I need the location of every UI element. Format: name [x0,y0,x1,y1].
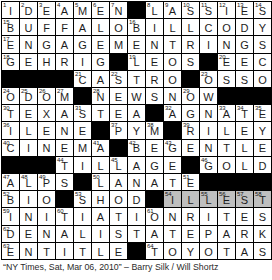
cell-letter: L [241,161,247,174]
cell-r2c12[interactable]: C [200,19,217,35]
cell-r12c8[interactable]: D [128,191,145,207]
cell-r4c9[interactable]: E [146,54,163,70]
cell-r11c10[interactable]: T [164,174,181,190]
cell-r6c3[interactable]: 26O [38,88,55,104]
cell-r2c2[interactable]: U [20,19,37,35]
cell-r12c15[interactable]: 58T [254,191,271,207]
cell-letter: I [27,143,30,156]
cell-r3c6[interactable]: E [92,36,109,52]
cell-letter: F [61,23,68,36]
cell-r7c5[interactable]: 31S [74,105,91,121]
cell-letter: G [150,161,159,174]
cell-letter: A [151,229,158,242]
cell-letter: E [25,229,32,242]
cell-r13c13[interactable]: T [218,208,235,224]
clue-number: 20 [219,54,226,60]
cell-r1c4[interactable]: 4A [56,2,73,18]
cell-r13c6[interactable]: A [92,208,109,224]
cell-r1c13[interactable]: 12I [218,2,235,18]
cell-r11c6[interactable]: 50L [92,174,109,190]
cell-r3c2[interactable]: N [20,36,37,52]
clue-number: 4 [57,2,60,8]
cell-r3c13[interactable]: N [218,36,235,52]
cell-letter: T [223,143,230,156]
clue-number: 55 [201,191,208,197]
cell-r2c10[interactable]: L [164,19,181,35]
cell-letter: L [97,161,103,174]
cell-r9c2[interactable]: I [20,140,37,156]
cell-r7c8[interactable]: A [128,105,145,121]
cell-r7c2[interactable]: E [20,105,37,121]
cell-r1c1[interactable]: 1I [2,2,19,18]
cell-r15c6[interactable]: L [92,243,109,259]
cell-r3c9[interactable]: N [146,36,163,52]
cell-letter: R [187,212,195,225]
cell-letter: O [168,247,177,260]
cell-letter: O [168,57,177,70]
cell-r13c7[interactable]: T [110,208,127,224]
cell-letter: I [153,23,156,36]
cell-r10c10[interactable]: E [164,157,181,173]
clue-number: 14 [255,2,262,8]
cell-r2c3[interactable]: F [38,19,55,35]
crossword-page: 1I2D3E4A5M6E7N8L9A10S11S12I13E14S15BUFFA… [0,0,272,280]
cell-letter: C [205,23,213,36]
cell-r9c13[interactable]: T [218,140,235,156]
cell-r3c1[interactable]: 17E [2,36,19,52]
cell-r6c4[interactable]: 27M [56,88,73,104]
cell-letter: A [151,178,158,191]
cell-r5c6[interactable]: A [92,71,109,87]
cell-r8c5[interactable]: E [74,122,91,138]
cell-r4c4[interactable]: R [56,54,73,70]
cell-r10c4[interactable]: 44T [56,157,73,173]
cell-letter: O [222,23,231,36]
cell-letter: E [79,126,86,139]
cell-r11c3[interactable]: 49P [38,174,55,190]
cell-r1c9[interactable]: 8L [146,2,163,18]
clue-number: 23 [201,71,208,77]
cell-letter: E [259,143,266,156]
cell-r5c13[interactable]: S [218,71,235,87]
clue-number: 29 [183,88,190,94]
cell-r3c5[interactable]: G [74,36,91,52]
cell-r9c1[interactable]: 40C [2,140,19,156]
cell-r11c2[interactable]: 48L [20,174,37,190]
cell-r9c8[interactable]: 42B [128,140,145,156]
cell-letter: L [187,195,193,208]
cell-r12c3[interactable]: O [38,191,55,207]
clue-number: 62 [3,226,10,232]
block-r5c1 [2,71,19,87]
cell-r13c2[interactable]: N [20,208,37,224]
clue-number: 28 [93,88,100,94]
cell-r14c15[interactable]: K [254,226,271,242]
cell-r6c11[interactable]: 29O [182,88,199,104]
cell-letter: O [168,75,177,88]
cell-r13c4[interactable]: 60T [56,208,73,224]
cell-letter: L [223,126,229,139]
cell-r14c11[interactable]: E [182,226,199,242]
cell-r6c6[interactable]: 28N [92,88,109,104]
cell-r12c12[interactable]: 55L [200,191,217,207]
cell-r12c7[interactable]: O [110,191,127,207]
clue-number: 26 [39,88,46,94]
block-r6c15 [254,88,271,104]
cell-r14c7[interactable]: S [110,226,127,242]
cell-r6c12[interactable]: W [200,88,217,104]
cell-r15c9[interactable]: 64T [146,243,163,259]
cell-r8c13[interactable]: L [218,122,235,138]
cell-r7c1[interactable]: 30T [2,105,19,121]
cell-r12c5[interactable]: 53S [74,191,91,207]
cell-letter: C [259,57,267,70]
cell-letter: T [223,247,230,260]
cell-letter: D [259,161,267,174]
cell-r11c8[interactable]: N [128,174,145,190]
cell-r15c12[interactable]: O [200,243,217,259]
cell-letter: O [258,75,267,88]
cell-r9c3[interactable]: N [38,140,55,156]
cell-r8c9[interactable]: 38M [146,122,163,138]
clue-number: 63 [3,243,10,249]
cell-letter: H [97,195,105,208]
cell-letter: T [43,247,50,260]
cell-r15c10[interactable]: O [164,243,181,259]
cell-r1c15[interactable]: 14S [254,2,271,18]
block-r11c13 [218,174,235,190]
cell-r7c10[interactable]: 32A [164,105,181,121]
clue-number: 6 [93,2,96,8]
cell-r12c2[interactable]: I [20,191,37,207]
cell-r13c14[interactable]: E [236,208,253,224]
cell-r11c7[interactable]: A [110,174,127,190]
cell-r10c6[interactable]: L [92,157,109,173]
cell-r4c10[interactable]: O [164,54,181,70]
cell-letter: E [25,57,32,70]
cell-r14c6[interactable]: I [92,226,109,242]
cell-letter: E [241,126,248,139]
cell-r15c1[interactable]: 63E [2,243,19,259]
cell-r14c14[interactable]: R [236,226,253,242]
cell-r15c15[interactable]: S [254,243,271,259]
cell-r3c7[interactable]: M [110,36,127,52]
cell-letter: X [43,109,50,122]
cell-letter: Y [187,247,194,260]
cell-r1c12[interactable]: 11S [200,2,217,18]
cell-r9c5[interactable]: M [74,140,91,156]
cell-r15c11[interactable]: Y [182,243,199,259]
cell-letter: N [205,109,213,122]
cell-letter: E [151,57,158,70]
cell-letter: I [9,6,12,19]
cell-letter: S [259,247,266,260]
block-r6c5 [74,88,91,104]
cell-letter: E [187,143,194,156]
cell-letter: T [97,109,104,122]
cell-r14c10[interactable]: T [164,226,181,242]
cell-r8c7[interactable]: 37P [110,122,127,138]
cell-r12c14[interactable]: 57S [236,191,253,207]
cell-letter: T [115,212,122,225]
cell-r12c1[interactable]: 52B [2,191,19,207]
cell-r5c15[interactable]: O [254,71,271,87]
cell-r8c3[interactable]: E [38,122,55,138]
clue-number: 51 [183,174,190,180]
cell-r3c10[interactable]: T [164,36,181,52]
cell-r1c10[interactable]: 9A [164,2,181,18]
cell-r8c2[interactable]: L [20,122,37,138]
clue-number: 30 [3,105,10,111]
cell-r3c12[interactable]: I [200,36,217,52]
cell-r7c14[interactable]: 34T [236,105,253,121]
cell-r1c7[interactable]: 7N [110,2,127,18]
clue-number: 60 [57,208,64,214]
clue-number: 24 [3,88,10,94]
cell-r7c12[interactable]: N [200,105,217,121]
cell-r14c5[interactable]: L [74,226,91,242]
clue-number: 36 [3,122,10,128]
cell-r10c7[interactable]: 45L [110,157,127,173]
cell-r8c11[interactable]: 39R [182,122,199,138]
cell-r13c12[interactable]: I [200,208,217,224]
cell-r9c12[interactable]: N [200,140,217,156]
cell-r2c4[interactable]: F [56,19,73,35]
cell-letter: A [97,75,104,88]
cell-r7c3[interactable]: X [38,105,55,121]
cell-r6c8[interactable]: W [128,88,145,104]
cell-r11c9[interactable]: A [146,174,163,190]
cell-r4c8[interactable]: 19L [128,54,145,70]
cell-letter: S [223,75,230,88]
cell-r15c13[interactable]: T [218,243,235,259]
cell-r4c2[interactable]: E [20,54,37,70]
clue-number: 7 [111,2,114,8]
clue-number: 17 [3,36,10,42]
cell-r1c2[interactable]: 2D [20,2,37,18]
cell-r7c4[interactable]: A [56,105,73,121]
cell-r2c13[interactable]: O [218,19,235,35]
cell-letter: T [169,178,176,191]
cell-r13c8[interactable]: I [128,208,145,224]
cell-r6c7[interactable]: E [110,88,127,104]
clue-number: 33 [219,105,226,111]
cell-r5c10[interactable]: O [164,71,181,87]
cell-letter: O [42,195,51,208]
cell-r11c11[interactable]: 51E [182,174,199,190]
cell-r1c3[interactable]: 3E [38,2,55,18]
cell-r4c1[interactable]: 18G [2,54,19,70]
clue-number: 19 [129,54,136,60]
cell-r9c14[interactable]: L [236,140,253,156]
cell-r10c9[interactable]: G [146,157,163,173]
cell-r8c4[interactable]: N [56,122,73,138]
cell-r7c7[interactable]: E [110,105,127,121]
cell-r2c5[interactable]: A [74,19,91,35]
cell-r5c8[interactable]: T [128,71,145,87]
block-r6c13 [218,88,235,104]
cell-letter: E [97,40,104,53]
cell-r12c10[interactable]: 54I [164,191,181,207]
cell-r10c14[interactable]: L [236,157,253,173]
cell-letter: R [61,57,69,70]
cell-r4c14[interactable]: E [236,54,253,70]
cell-letter: D [133,195,141,208]
cell-r8c8[interactable]: Y [128,122,145,138]
cell-r15c2[interactable]: N [20,243,37,259]
cell-r4c6[interactable]: G [92,54,109,70]
cell-r11c4[interactable]: S [56,174,73,190]
cell-r13c10[interactable]: N [164,208,181,224]
cell-r12c11[interactable]: L [182,191,199,207]
cell-r1c14[interactable]: 13E [236,2,253,18]
cell-letter: G [42,40,51,53]
cell-r2c11[interactable]: L [182,19,199,35]
clue-number: 31 [75,105,82,111]
cell-r2c9[interactable]: I [146,19,163,35]
cell-r15c7[interactable]: E [110,243,127,259]
block-r4c12 [200,54,217,70]
cell-r5c7[interactable]: 22S [110,71,127,87]
cell-r4c5[interactable]: I [74,54,91,70]
cell-r9c4[interactable]: E [56,140,73,156]
cell-r5c9[interactable]: R [146,71,163,87]
cell-r3c3[interactable]: G [38,36,55,52]
cell-r3c14[interactable]: G [236,36,253,52]
cell-r15c3[interactable]: T [38,243,55,259]
cell-r9c9[interactable]: E [146,140,163,156]
cell-letter: E [241,212,248,225]
cell-letter: R [241,229,249,242]
cell-r4c13[interactable]: 20E [218,54,235,70]
cell-r7c6[interactable]: T [92,105,109,121]
cell-r10c8[interactable]: A [128,157,145,173]
cell-r15c14[interactable]: A [236,243,253,259]
cell-r14c1[interactable]: 62D [2,226,19,242]
cell-letter: E [187,229,194,242]
clue-number: 21 [75,71,82,77]
cell-r14c8[interactable]: T [128,226,145,242]
cell-r7c15[interactable]: 35E [254,105,271,121]
cell-r7c13[interactable]: 33A [218,105,235,121]
cell-r13c9[interactable]: 61O [146,208,163,224]
cell-r8c1[interactable]: 36I [2,122,19,138]
cell-letter: I [207,126,210,139]
cell-r3c15[interactable]: S [254,36,271,52]
cell-letter: S [259,212,266,225]
cell-r1c11[interactable]: 10S [182,2,199,18]
cell-r4c15[interactable]: C [254,54,271,70]
cell-r2c1[interactable]: 15B [2,19,19,35]
cell-letter: Y [259,126,266,139]
cell-r10c12[interactable]: 46G [200,157,217,173]
cell-r2c6[interactable]: L [92,19,109,35]
cell-r9c11[interactable]: E [182,140,199,156]
cell-letter: L [97,247,103,260]
cell-r12c6[interactable]: H [92,191,109,207]
cell-r4c3[interactable]: H [38,54,55,70]
cell-r6c10[interactable]: N [164,88,181,104]
cell-r5c12[interactable]: 23O [200,71,217,87]
cell-r3c11[interactable]: R [182,36,199,52]
cell-letter: R [187,40,195,53]
clue-number: 5 [75,2,78,8]
clue-number: 27 [57,88,64,94]
cell-letter: K [259,229,266,242]
cell-letter: O [114,23,123,36]
clue-number: 25 [21,88,28,94]
cell-r8c12[interactable]: I [200,122,217,138]
clue-number: 47 [3,174,10,180]
cell-r10c15[interactable]: D [254,157,271,173]
cell-r8c15[interactable]: Y [254,122,271,138]
cell-r15c5[interactable]: T [74,243,91,259]
cell-r10c5[interactable]: I [74,157,91,173]
cell-r14c3[interactable]: N [38,226,55,242]
cell-letter: T [169,40,176,53]
cell-r2c7[interactable]: O [110,19,127,35]
clue-number: 59 [3,208,10,214]
cell-r9c15[interactable]: E [254,140,271,156]
cell-letter: A [133,161,140,174]
cell-letter: A [79,23,86,36]
cell-r5c5[interactable]: 21C [74,71,91,87]
cell-r6c1[interactable]: 24O [2,88,19,104]
cell-r6c2[interactable]: 25D [20,88,37,104]
cell-r14c2[interactable]: E [20,226,37,242]
cell-r4c11[interactable]: S [182,54,199,70]
cell-r7c11[interactable]: G [182,105,199,121]
cell-r13c3[interactable]: I [38,208,55,224]
clue-number: 46 [201,157,208,163]
clue-number: 64 [147,243,154,249]
cell-letter: L [169,23,175,36]
cell-r1c6[interactable]: 6E [92,2,109,18]
cell-r13c15[interactable]: S [254,208,271,224]
cell-r13c11[interactable]: R [182,208,199,224]
cell-r14c9[interactable]: A [146,226,163,242]
cell-r3c8[interactable]: E [128,36,145,52]
cell-r8c14[interactable]: E [236,122,253,138]
cell-r3c4[interactable]: A [56,36,73,52]
cell-r2c8[interactable]: 16B [128,19,145,35]
cell-r2c14[interactable]: D [236,19,253,35]
cell-r5c14[interactable]: S [236,71,253,87]
cell-r10c13[interactable]: O [218,157,235,173]
cell-r14c4[interactable]: A [56,226,73,242]
cell-r14c12[interactable]: P [200,226,217,242]
cell-letter: A [61,6,68,19]
cell-r14c13[interactable]: A [218,226,235,242]
cell-r6c9[interactable]: S [146,88,163,104]
cell-r9c10[interactable]: 43G [164,140,181,156]
cell-letter: O [114,195,123,208]
clue-number: 10 [183,2,190,8]
cell-r12c13[interactable]: 56E [218,191,235,207]
cell-r15c4[interactable]: I [56,243,73,259]
cell-r9c6[interactable]: 41A [92,140,109,156]
cell-letter: E [61,143,68,156]
cell-r13c5[interactable]: I [74,208,91,224]
cell-letter: N [25,247,33,260]
cell-r2c15[interactable]: Y [254,19,271,35]
cell-r13c1[interactable]: 59I [2,208,19,224]
cell-r1c5[interactable]: 5M [74,2,91,18]
cell-letter: S [187,57,194,70]
cell-letter: E [115,92,122,105]
cell-r11c1[interactable]: 47A [2,174,19,190]
clue-number: 11 [201,2,207,8]
